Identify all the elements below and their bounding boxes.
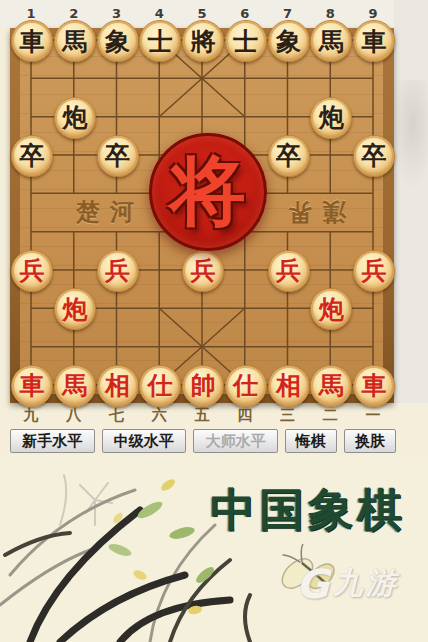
top-file-number: 7 <box>283 6 292 21</box>
top-file-number: 6 <box>240 6 249 21</box>
footer-banner: 中国象棋 G 九游 <box>0 455 428 642</box>
watermark-logo-icon: G <box>296 564 329 604</box>
bottom-file-numeral: 五 <box>195 406 210 425</box>
piece-red-車[interactable]: 車 <box>353 365 395 407</box>
piece-red-馬[interactable]: 馬 <box>54 365 96 407</box>
xiangqi-board[interactable]: 楚河 漢界 車馬象士將士象馬車炮炮卒卒卒卒卒兵兵兵兵兵炮炮車馬相仕帥仕相馬車 将 <box>10 28 394 403</box>
novice-level-button[interactable]: 新手水平 <box>10 429 95 453</box>
piece-red-馬[interactable]: 馬 <box>310 365 352 407</box>
piece-black-象[interactable]: 象 <box>97 20 139 62</box>
river-label-right: 漢界 <box>278 196 346 228</box>
center-general-logo: 将 <box>149 133 267 251</box>
piece-red-炮[interactable]: 炮 <box>54 288 96 330</box>
piece-black-馬[interactable]: 馬 <box>54 20 96 62</box>
watermark-text: 九游 <box>333 563 399 604</box>
piece-red-兵[interactable]: 兵 <box>268 250 310 292</box>
logo-general-character: 将 <box>170 141 246 244</box>
piece-black-卒[interactable]: 卒 <box>11 135 53 177</box>
piece-black-車[interactable]: 車 <box>353 20 395 62</box>
piece-red-相[interactable]: 相 <box>97 365 139 407</box>
bottom-file-numeral: 七 <box>109 406 124 425</box>
undo-move-button[interactable]: 悔棋 <box>285 429 337 453</box>
piece-black-炮[interactable]: 炮 <box>54 97 96 139</box>
piece-red-兵[interactable]: 兵 <box>11 250 53 292</box>
piece-red-兵[interactable]: 兵 <box>97 250 139 292</box>
background-watermark-smudge <box>390 80 428 190</box>
bottom-file-numeral: 九 <box>24 406 39 425</box>
top-file-number: 5 <box>197 6 206 21</box>
watermark: G 九游 <box>296 563 399 604</box>
master-level-button[interactable]: 大师水平 <box>193 429 278 453</box>
piece-red-兵[interactable]: 兵 <box>353 250 395 292</box>
game-title: 中国象棋 <box>210 487 428 532</box>
river-label-left: 楚河 <box>76 196 144 228</box>
top-file-number: 1 <box>26 6 35 21</box>
bottom-file-numeral: 八 <box>66 406 81 425</box>
piece-black-卒[interactable]: 卒 <box>97 135 139 177</box>
intermediate-level-button[interactable]: 中级水平 <box>102 429 187 453</box>
piece-red-兵[interactable]: 兵 <box>182 250 224 292</box>
top-file-number: 2 <box>69 6 78 21</box>
piece-black-卒[interactable]: 卒 <box>353 135 395 177</box>
piece-black-卒[interactable]: 卒 <box>268 135 310 177</box>
piece-black-炮[interactable]: 炮 <box>310 97 352 139</box>
bottom-file-numeral: 四 <box>237 406 252 425</box>
piece-red-帥[interactable]: 帥 <box>182 365 224 407</box>
right-background-strip <box>394 0 428 403</box>
piece-black-士[interactable]: 士 <box>139 20 181 62</box>
top-file-number: 9 <box>368 6 377 21</box>
change-skin-button[interactable]: 换肤 <box>344 429 396 453</box>
piece-red-相[interactable]: 相 <box>268 365 310 407</box>
piece-black-士[interactable]: 士 <box>225 20 267 62</box>
bottom-file-numeral: 三 <box>280 406 295 425</box>
bottom-file-numeral: 六 <box>152 406 167 425</box>
bottom-file-numeral: 一 <box>366 406 381 425</box>
top-file-number: 8 <box>326 6 335 21</box>
piece-black-象[interactable]: 象 <box>268 20 310 62</box>
piece-black-馬[interactable]: 馬 <box>310 20 352 62</box>
bottom-file-numeral: 二 <box>323 406 338 425</box>
piece-red-車[interactable]: 車 <box>11 365 53 407</box>
piece-black-車[interactable]: 車 <box>11 20 53 62</box>
piece-black-將[interactable]: 將 <box>182 20 224 62</box>
bottom-file-numerals: 九八七六五四三二一 <box>10 406 394 426</box>
toolbar: 新手水平 中级水平 大师水平 悔棋 换肤 <box>10 429 396 453</box>
top-file-number: 4 <box>155 6 164 21</box>
piece-red-仕[interactable]: 仕 <box>139 365 181 407</box>
piece-red-仕[interactable]: 仕 <box>225 365 267 407</box>
top-file-number: 3 <box>112 6 121 21</box>
